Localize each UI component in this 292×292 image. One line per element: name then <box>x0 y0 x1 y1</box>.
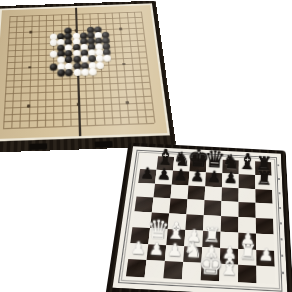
chess-square-f2 <box>220 248 238 266</box>
go-star-point <box>27 105 30 108</box>
chess-square-c1 <box>163 261 183 279</box>
go-stone-white <box>73 68 81 75</box>
chess-square-e6 <box>205 186 222 201</box>
chess-square-h1 <box>256 266 275 284</box>
go-stone-white <box>50 39 57 46</box>
go-stone-white <box>104 55 112 62</box>
chess-square-b4 <box>150 212 169 228</box>
chess-board-scene: ♝♞♚♛♞♝♜♟♟♟♟♟♟♜♛♝♟♜♟♟♟♟♞♟♟♜♟♚♝ <box>114 150 292 292</box>
chess-squares: ♝♞♚♛♞♝♜♟♟♟♟♟♟♜♛♝♟♜♟♟♟♟♞♟♟♜♟♚♝ <box>126 155 275 284</box>
chess-square-f6 <box>222 187 239 202</box>
chess-square-f4 <box>221 216 239 232</box>
chess-square-a3 <box>130 227 150 244</box>
chess-square-g2 <box>238 248 256 266</box>
go-stone-white <box>96 61 104 68</box>
go-stone-white <box>50 51 57 58</box>
go-star-point <box>122 63 125 66</box>
go-stone-black <box>57 69 65 76</box>
chess-square-e3 <box>202 231 220 248</box>
chess-square-f3 <box>220 232 238 249</box>
go-board-clasp <box>30 143 48 150</box>
chess-square-b1 <box>145 260 165 278</box>
go-stone-black <box>50 63 58 70</box>
chess-square-b3 <box>148 228 167 245</box>
chess-square-g6 <box>239 188 256 203</box>
chess-square-d3 <box>184 230 203 247</box>
product-photo: ♝♞♚♛♞♝♜♟♟♟♟♟♟♜♛♝♟♜♟♟♟♟♞♟♟♜♟♚♝ <box>0 0 292 292</box>
chess-square-h2 <box>256 249 275 267</box>
go-stone-black <box>65 69 73 76</box>
chess-square-g3 <box>238 232 256 249</box>
chess-square-c3 <box>166 229 185 246</box>
go-board <box>0 3 170 141</box>
go-board-clasp <box>95 141 113 148</box>
chess-square-d2 <box>183 246 202 264</box>
go-stone-white <box>81 68 89 75</box>
chess-square-c6 <box>171 184 189 199</box>
chess-square-a2 <box>128 243 148 260</box>
chess-square-f1 <box>219 264 238 282</box>
chess-square-e2 <box>202 247 221 265</box>
chess-square-e4 <box>203 215 221 231</box>
go-board-surface <box>0 5 167 139</box>
chess-square-g1 <box>238 265 257 283</box>
chess-square-a4 <box>132 212 151 228</box>
chess-square-a1 <box>126 259 147 277</box>
go-star-point <box>119 28 122 30</box>
chess-square-c5 <box>169 199 187 215</box>
chess-square-h7 <box>255 175 272 190</box>
chess-square-b2 <box>147 244 167 261</box>
chess-square-e7 <box>205 172 222 187</box>
go-star-point <box>30 31 33 33</box>
chess-square-d7 <box>189 171 206 186</box>
go-stone-white <box>89 68 97 75</box>
go-star-point <box>126 101 129 104</box>
chess-board: ♝♞♚♛♞♝♜♟♟♟♟♟♟♜♛♝♟♜♟♟♟♟♞♟♟♜♟♚♝ <box>113 146 288 292</box>
chess-square-a5 <box>135 197 154 213</box>
chess-square-c4 <box>168 213 187 229</box>
chess-square-h6 <box>255 189 272 204</box>
chess-square-c2 <box>165 245 184 263</box>
go-grid-line <box>45 15 47 127</box>
chess-square-d4 <box>185 214 203 230</box>
chess-square-h3 <box>256 233 274 250</box>
